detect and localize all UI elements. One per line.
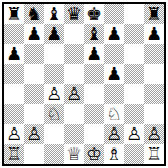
square-a2[interactable]: ♙ <box>4 124 24 144</box>
square-d8[interactable]: ♛ <box>64 4 84 24</box>
square-a4[interactable] <box>4 84 24 104</box>
square-g2[interactable]: ♙ <box>124 124 144 144</box>
square-d1[interactable]: ♕ <box>64 144 84 164</box>
square-e1[interactable]: ♔ <box>84 144 104 164</box>
square-d3[interactable] <box>64 104 84 124</box>
square-f1[interactable]: ♗ <box>104 144 124 164</box>
square-f7[interactable]: ♟ <box>104 24 124 44</box>
square-b1[interactable] <box>24 144 44 164</box>
square-d6[interactable] <box>64 44 84 64</box>
square-e8[interactable]: ♚ <box>84 4 104 24</box>
square-c8[interactable]: ♝ <box>44 4 64 24</box>
square-c4[interactable]: ♙ <box>44 84 64 104</box>
square-g8[interactable] <box>124 4 144 24</box>
square-c3[interactable]: ♘ <box>44 104 64 124</box>
square-e5[interactable] <box>84 64 104 84</box>
square-b7[interactable]: ♟ <box>24 24 44 44</box>
square-e6[interactable]: ♟ <box>84 44 104 64</box>
square-e4[interactable] <box>84 84 104 104</box>
square-a8[interactable]: ♜ <box>4 4 24 24</box>
square-h3[interactable] <box>144 104 164 124</box>
square-b6[interactable] <box>24 44 44 64</box>
square-g4[interactable] <box>124 84 144 104</box>
square-h4[interactable] <box>144 84 164 104</box>
square-g6[interactable] <box>124 44 144 64</box>
square-d5[interactable] <box>64 64 84 84</box>
square-h8[interactable]: ♜ <box>144 4 164 24</box>
square-h2[interactable]: ♙ <box>144 124 164 144</box>
square-e2[interactable] <box>84 124 104 144</box>
square-d2[interactable] <box>64 124 84 144</box>
square-f5[interactable]: ♟ <box>104 64 124 84</box>
square-a1[interactable]: ♖ <box>4 144 24 164</box>
square-e3[interactable] <box>84 104 104 124</box>
chess-board: ♜♞♝♛♚♜♟♟♝♟♟♟♟♟♙♙♘♘♙♙♙♙♙♖♕♔♗♖ <box>2 2 166 166</box>
square-h7[interactable]: ♟ <box>144 24 164 44</box>
square-a7[interactable] <box>4 24 24 44</box>
square-c6[interactable] <box>44 44 64 64</box>
square-a3[interactable] <box>4 104 24 124</box>
square-g5[interactable] <box>124 64 144 84</box>
square-b3[interactable] <box>24 104 44 124</box>
square-f8[interactable] <box>104 4 124 24</box>
chess-diagram: ♜♞♝♛♚♜♟♟♝♟♟♟♟♟♙♙♘♘♙♙♙♙♙♖♕♔♗♖ <box>0 2 168 168</box>
square-f6[interactable] <box>104 44 124 64</box>
square-g1[interactable] <box>124 144 144 164</box>
square-a5[interactable] <box>4 64 24 84</box>
square-e7[interactable]: ♝ <box>84 24 104 44</box>
square-h1[interactable]: ♖ <box>144 144 164 164</box>
square-c1[interactable] <box>44 144 64 164</box>
square-h5[interactable] <box>144 64 164 84</box>
square-c7[interactable]: ♟ <box>44 24 64 44</box>
square-b2[interactable]: ♙ <box>24 124 44 144</box>
square-a6[interactable]: ♟ <box>4 44 24 64</box>
square-g3[interactable] <box>124 104 144 124</box>
square-f2[interactable]: ♙ <box>104 124 124 144</box>
square-f4[interactable] <box>104 84 124 104</box>
square-c2[interactable] <box>44 124 64 144</box>
square-b5[interactable] <box>24 64 44 84</box>
square-b4[interactable] <box>24 84 44 104</box>
square-g7[interactable] <box>124 24 144 44</box>
square-d4[interactable]: ♙ <box>64 84 84 104</box>
square-c5[interactable] <box>44 64 64 84</box>
square-f3[interactable]: ♘ <box>104 104 124 124</box>
square-h6[interactable] <box>144 44 164 64</box>
square-b8[interactable]: ♞ <box>24 4 44 24</box>
square-d7[interactable] <box>64 24 84 44</box>
